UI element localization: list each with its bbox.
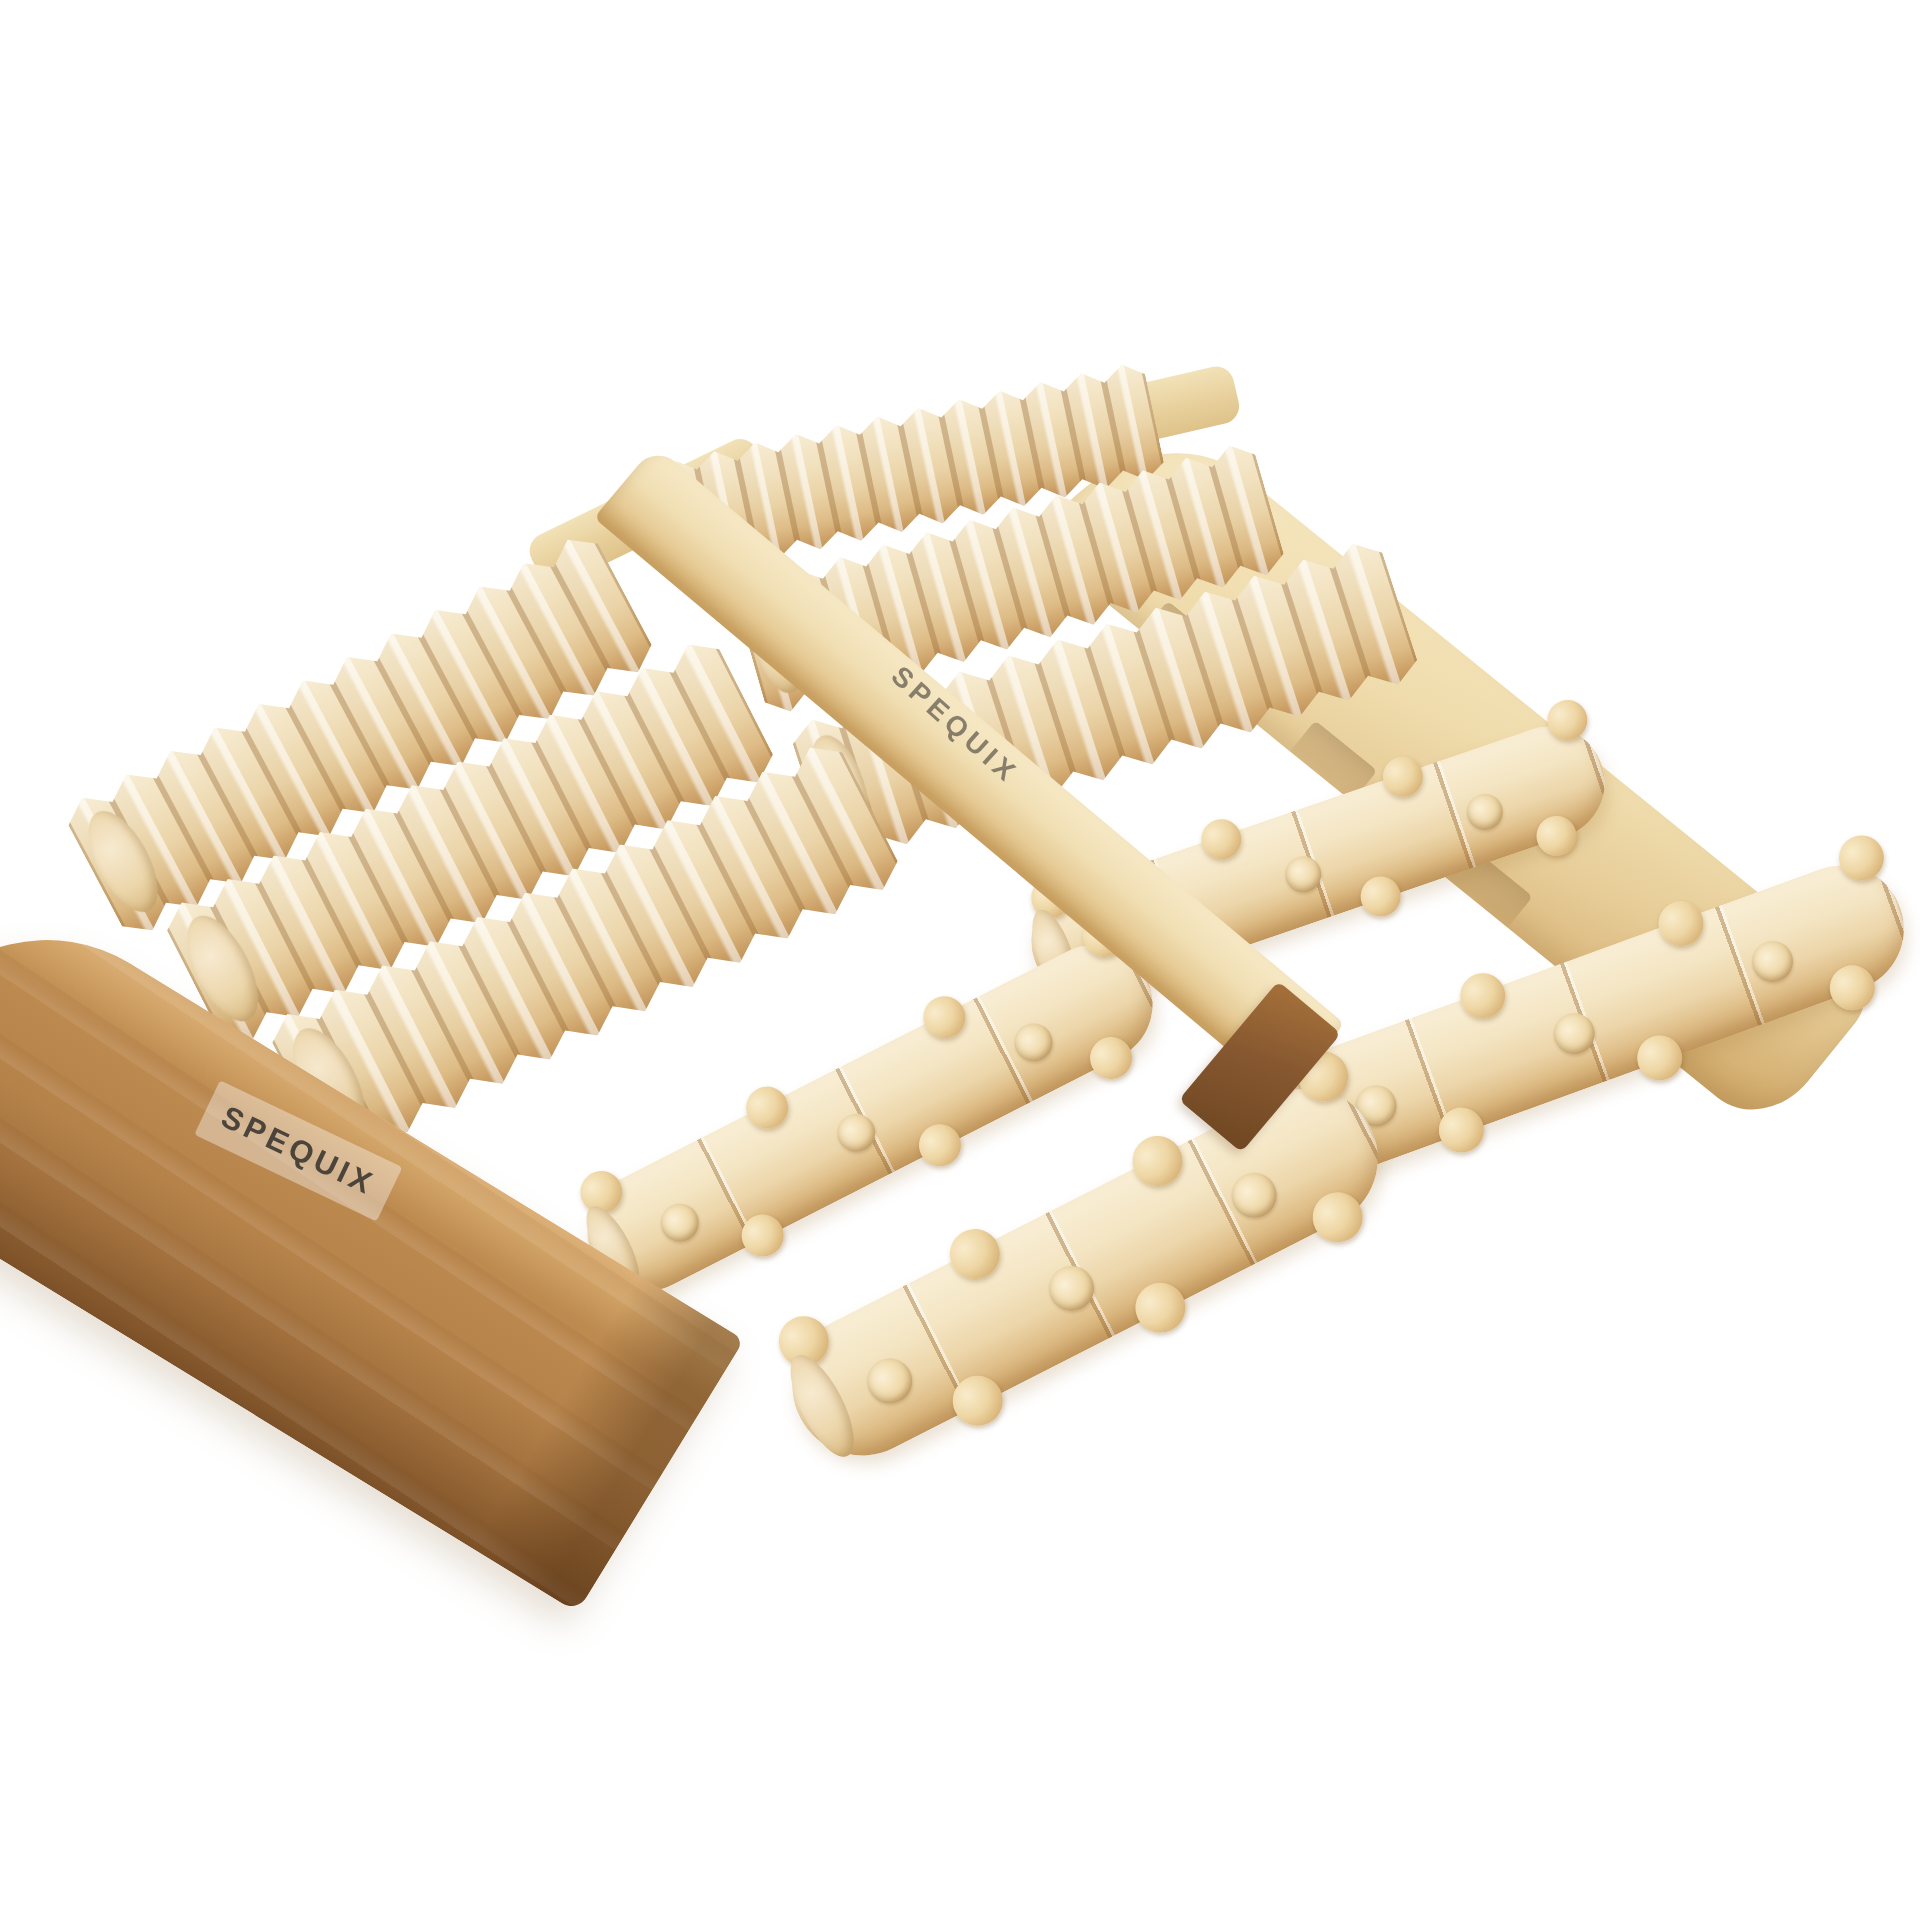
massage-knob [1548,1008,1601,1061]
massage-knob [1041,1258,1102,1319]
massage-knob [1082,1030,1138,1086]
massage-knob [1433,1101,1491,1159]
roller-end-cap [74,800,171,922]
massage-knob [1355,871,1406,922]
massage-knob [1746,936,1799,989]
massage-knob [1280,851,1326,897]
massage-knob [911,1117,967,1173]
massage-knob [1008,1017,1059,1068]
massage-knob [1454,967,1512,1025]
massage-knob [1462,789,1508,835]
massage-knob [1542,695,1593,746]
massage-knob [1124,1127,1191,1194]
product-photo: SPEQUIX SPEQUIX [0,0,1920,1920]
massage-knob [916,990,972,1046]
massage-knob [739,1080,795,1136]
roller-end-cap [778,1346,866,1465]
massage-knob [1127,1274,1194,1341]
massage-knob [1304,1184,1371,1251]
massage-knob [944,1367,1011,1434]
massage-knob [942,1220,1009,1287]
massage-knob [1631,1029,1689,1087]
massage-knob [654,1197,705,1248]
massage-knob [734,1207,790,1263]
massage-knob [1196,814,1247,865]
massage-knob [859,1351,920,1412]
massage-knob [1224,1165,1285,1226]
massage-knob [1832,829,1890,887]
massage-knob [831,1107,882,1158]
